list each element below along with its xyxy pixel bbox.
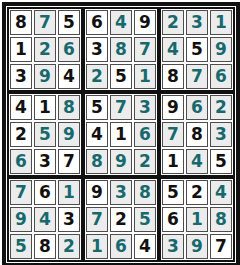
cell-r5c5[interactable]: 1 xyxy=(110,122,132,147)
cell-r8c9[interactable]: 8 xyxy=(210,207,232,232)
cell-r5c3[interactable]: 9 xyxy=(58,122,80,147)
cell-r6c9[interactable]: 5 xyxy=(210,149,232,174)
cell-r1c3[interactable]: 5 xyxy=(58,10,80,35)
sudoku-board: 8751263946493872512314598764182596375734… xyxy=(2,2,240,265)
cell-r9c3[interactable]: 2 xyxy=(58,234,80,259)
cell-r7c2[interactable]: 6 xyxy=(34,180,56,205)
cell-r3c2[interactable]: 9 xyxy=(34,64,56,89)
cell-r9c5[interactable]: 6 xyxy=(110,234,132,259)
cell-r2c7[interactable]: 4 xyxy=(162,37,184,62)
cell-r7c7[interactable]: 5 xyxy=(162,180,184,205)
cell-r8c2[interactable]: 4 xyxy=(34,207,56,232)
cell-r6c8[interactable]: 4 xyxy=(186,149,208,174)
cell-r9c2[interactable]: 8 xyxy=(34,234,56,259)
cell-r3c5[interactable]: 5 xyxy=(110,64,132,89)
box-3-2: 938725164 xyxy=(83,177,159,262)
cell-r9c4[interactable]: 1 xyxy=(86,234,108,259)
cell-r3c3[interactable]: 4 xyxy=(58,64,80,89)
cell-r9c1[interactable]: 5 xyxy=(10,234,32,259)
cell-r5c2[interactable]: 5 xyxy=(34,122,56,147)
cell-r6c2[interactable]: 3 xyxy=(34,149,56,174)
cell-r8c4[interactable]: 7 xyxy=(86,207,108,232)
cell-r3c8[interactable]: 7 xyxy=(186,64,208,89)
cell-r2c3[interactable]: 6 xyxy=(58,37,80,62)
cell-r4c8[interactable]: 6 xyxy=(186,95,208,120)
cell-r8c5[interactable]: 2 xyxy=(110,207,132,232)
cell-r1c2[interactable]: 7 xyxy=(34,10,56,35)
cell-r2c6[interactable]: 7 xyxy=(134,37,156,62)
cell-r4c7[interactable]: 9 xyxy=(162,95,184,120)
cell-r3c9[interactable]: 6 xyxy=(210,64,232,89)
cell-r4c3[interactable]: 8 xyxy=(58,95,80,120)
cell-r6c5[interactable]: 9 xyxy=(110,149,132,174)
cell-r3c6[interactable]: 1 xyxy=(134,64,156,89)
cell-r1c6[interactable]: 9 xyxy=(134,10,156,35)
box-1-3: 231459876 xyxy=(159,7,235,92)
cell-r4c1[interactable]: 4 xyxy=(10,95,32,120)
cell-r2c5[interactable]: 8 xyxy=(110,37,132,62)
cell-r6c4[interactable]: 8 xyxy=(86,149,108,174)
sudoku-board-wrapper: 8751263946493872512314598764182596375734… xyxy=(2,2,240,265)
cell-r5c6[interactable]: 6 xyxy=(134,122,156,147)
cell-r9c9[interactable]: 7 xyxy=(210,234,232,259)
cell-r7c8[interactable]: 2 xyxy=(186,180,208,205)
cell-r4c5[interactable]: 7 xyxy=(110,95,132,120)
cell-r9c8[interactable]: 9 xyxy=(186,234,208,259)
cell-r5c8[interactable]: 8 xyxy=(186,122,208,147)
cell-r7c1[interactable]: 7 xyxy=(10,180,32,205)
cell-r4c6[interactable]: 3 xyxy=(134,95,156,120)
cell-r2c9[interactable]: 9 xyxy=(210,37,232,62)
cell-r2c8[interactable]: 5 xyxy=(186,37,208,62)
box-3-3: 524618397 xyxy=(159,177,235,262)
box-3-1: 761943582 xyxy=(7,177,83,262)
cell-r7c6[interactable]: 8 xyxy=(134,180,156,205)
cell-r8c6[interactable]: 5 xyxy=(134,207,156,232)
cell-r1c7[interactable]: 2 xyxy=(162,10,184,35)
cell-r3c4[interactable]: 2 xyxy=(86,64,108,89)
cell-r2c2[interactable]: 2 xyxy=(34,37,56,62)
cell-r6c3[interactable]: 7 xyxy=(58,149,80,174)
cell-r7c3[interactable]: 1 xyxy=(58,180,80,205)
cell-r4c2[interactable]: 1 xyxy=(34,95,56,120)
cell-r6c7[interactable]: 1 xyxy=(162,149,184,174)
cell-r1c8[interactable]: 3 xyxy=(186,10,208,35)
cell-r6c6[interactable]: 2 xyxy=(134,149,156,174)
cell-r9c6[interactable]: 4 xyxy=(134,234,156,259)
cell-r4c9[interactable]: 2 xyxy=(210,95,232,120)
box-1-2: 649387251 xyxy=(83,7,159,92)
box-1-1: 875126394 xyxy=(7,7,83,92)
cell-r5c9[interactable]: 3 xyxy=(210,122,232,147)
cell-r2c4[interactable]: 3 xyxy=(86,37,108,62)
cell-r9c7[interactable]: 3 xyxy=(162,234,184,259)
box-2-3: 962783145 xyxy=(159,92,235,177)
cell-r3c7[interactable]: 8 xyxy=(162,64,184,89)
box-2-1: 418259637 xyxy=(7,92,83,177)
cell-r5c7[interactable]: 7 xyxy=(162,122,184,147)
cell-r7c4[interactable]: 9 xyxy=(86,180,108,205)
cell-r1c5[interactable]: 4 xyxy=(110,10,132,35)
cell-r7c9[interactable]: 4 xyxy=(210,180,232,205)
cell-r8c3[interactable]: 3 xyxy=(58,207,80,232)
cell-r8c8[interactable]: 1 xyxy=(186,207,208,232)
cell-r3c1[interactable]: 3 xyxy=(10,64,32,89)
cell-r1c1[interactable]: 8 xyxy=(10,10,32,35)
cell-r2c1[interactable]: 1 xyxy=(10,37,32,62)
cell-r6c1[interactable]: 6 xyxy=(10,149,32,174)
cell-r5c4[interactable]: 4 xyxy=(86,122,108,147)
cell-r7c5[interactable]: 3 xyxy=(110,180,132,205)
cell-r8c7[interactable]: 6 xyxy=(162,207,184,232)
cell-r1c9[interactable]: 1 xyxy=(210,10,232,35)
cell-r8c1[interactable]: 9 xyxy=(10,207,32,232)
cell-r1c4[interactable]: 6 xyxy=(86,10,108,35)
cell-r4c4[interactable]: 5 xyxy=(86,95,108,120)
cell-r5c1[interactable]: 2 xyxy=(10,122,32,147)
box-2-2: 573416892 xyxy=(83,92,159,177)
